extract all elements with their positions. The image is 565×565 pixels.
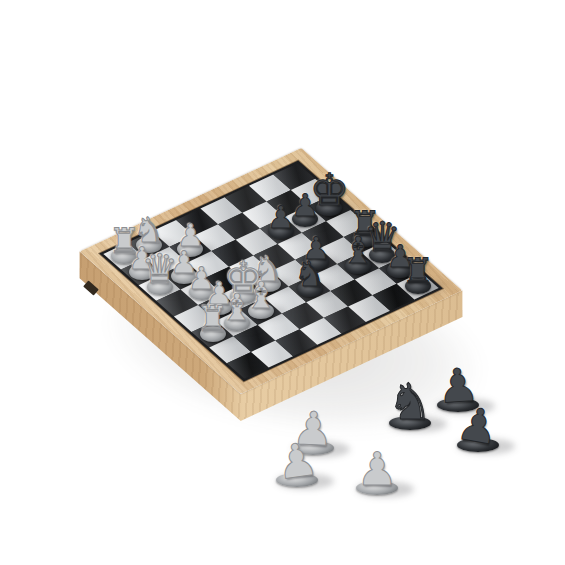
knight-glyph: ♞ [388, 377, 433, 427]
pawn-glyph: ♟ [267, 202, 295, 233]
rook-glyph: ♜ [197, 302, 228, 337]
bishop-glyph: ♝ [342, 232, 375, 269]
queen-glyph: ♛ [141, 250, 178, 291]
pawn-glyph: ♟ [454, 399, 503, 451]
pieces-layer: ♜♞♟♟♛♟♟♟♚♟♟♚♞♟♜♜♝♝♞♝♛♟♜♟♟♟♞♟♟ [0, 0, 565, 565]
product-photo-stage: ♜♞♟♟♛♟♟♟♚♟♟♚♞♟♜♜♝♝♞♝♛♟♜♟♟♟♞♟♟ [0, 0, 565, 565]
pawn-glyph: ♟ [356, 446, 397, 492]
rook-glyph: ♜ [402, 254, 433, 289]
knight-glyph: ♞ [294, 257, 325, 292]
pawn-glyph: ♟ [291, 191, 319, 222]
pawn-glyph: ♟ [273, 435, 320, 486]
